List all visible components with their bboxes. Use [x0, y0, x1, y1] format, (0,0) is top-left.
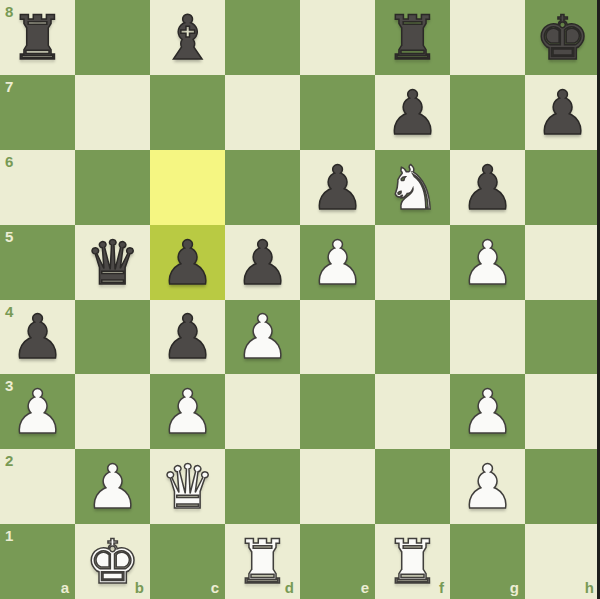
white-pawn-g3[interactable]: ♟ — [450, 374, 525, 449]
black-pawn-g6[interactable]: ♟ — [450, 150, 525, 225]
square-h1[interactable]: h — [525, 524, 600, 599]
square-g3[interactable]: ♟ — [450, 374, 525, 449]
square-c5[interactable]: ♟ — [150, 225, 225, 300]
square-f8[interactable]: ♜ — [375, 0, 450, 75]
square-b7[interactable] — [75, 75, 150, 150]
square-c8[interactable]: ♝ — [150, 0, 225, 75]
square-h2[interactable] — [525, 449, 600, 524]
black-king-h8[interactable]: ♚ — [525, 0, 600, 75]
black-bishop-c8[interactable]: ♝ — [150, 0, 225, 75]
square-c3[interactable]: ♟ — [150, 374, 225, 449]
square-b3[interactable] — [75, 374, 150, 449]
square-g5[interactable]: ♟ — [450, 225, 525, 300]
rank-label-6: 6 — [5, 154, 13, 169]
white-pawn-c3[interactable]: ♟ — [150, 374, 225, 449]
white-knight-f6[interactable]: ♞ — [375, 150, 450, 225]
square-c1[interactable]: c — [150, 524, 225, 599]
square-c2[interactable]: ♛ — [150, 449, 225, 524]
square-d7[interactable] — [225, 75, 300, 150]
file-label-h: h — [585, 580, 594, 595]
square-f1[interactable]: f♜ — [375, 524, 450, 599]
square-e2[interactable] — [300, 449, 375, 524]
black-pawn-h7[interactable]: ♟ — [525, 75, 600, 150]
square-g1[interactable]: g — [450, 524, 525, 599]
square-g7[interactable] — [450, 75, 525, 150]
chess-board: 8♜♝♜♚7♟♟6♟♞♟5♛♟♟♟♟4♟♟♟3♟♟♟2♟♛♟1ab♚cd♜ef♜… — [0, 0, 600, 599]
rank-label-7: 7 — [5, 79, 13, 94]
square-b5[interactable]: ♛ — [75, 225, 150, 300]
chess-board-wrap: 8♜♝♜♚7♟♟6♟♞♟5♛♟♟♟♟4♟♟♟3♟♟♟2♟♛♟1ab♚cd♜ef♜… — [0, 0, 600, 599]
square-d1[interactable]: d♜ — [225, 524, 300, 599]
square-d3[interactable] — [225, 374, 300, 449]
white-pawn-d4[interactable]: ♟ — [225, 300, 300, 375]
square-g6[interactable]: ♟ — [450, 150, 525, 225]
square-h5[interactable] — [525, 225, 600, 300]
square-a1[interactable]: 1a — [0, 524, 75, 599]
white-pawn-g2[interactable]: ♟ — [450, 449, 525, 524]
square-g4[interactable] — [450, 300, 525, 375]
square-b8[interactable] — [75, 0, 150, 75]
square-a7[interactable]: 7 — [0, 75, 75, 150]
black-pawn-f7[interactable]: ♟ — [375, 75, 450, 150]
square-e3[interactable] — [300, 374, 375, 449]
square-e4[interactable] — [300, 300, 375, 375]
white-rook-d1[interactable]: ♜ — [225, 524, 300, 599]
rank-label-2: 2 — [5, 453, 13, 468]
square-a4[interactable]: 4♟ — [0, 300, 75, 375]
square-f7[interactable]: ♟ — [375, 75, 450, 150]
square-b6[interactable] — [75, 150, 150, 225]
square-a8[interactable]: 8♜ — [0, 0, 75, 75]
square-d2[interactable] — [225, 449, 300, 524]
square-d8[interactable] — [225, 0, 300, 75]
white-pawn-g5[interactable]: ♟ — [450, 225, 525, 300]
square-a6[interactable]: 6 — [0, 150, 75, 225]
white-pawn-a3[interactable]: ♟ — [0, 374, 75, 449]
square-a5[interactable]: 5 — [0, 225, 75, 300]
file-label-a: a — [61, 580, 69, 595]
square-e7[interactable] — [300, 75, 375, 150]
square-e8[interactable] — [300, 0, 375, 75]
square-c4[interactable]: ♟ — [150, 300, 225, 375]
square-f5[interactable] — [375, 225, 450, 300]
square-h8[interactable]: ♚ — [525, 0, 600, 75]
white-rook-f1[interactable]: ♜ — [375, 524, 450, 599]
rank-label-5: 5 — [5, 229, 13, 244]
square-d5[interactable]: ♟ — [225, 225, 300, 300]
square-a2[interactable]: 2 — [0, 449, 75, 524]
square-f2[interactable] — [375, 449, 450, 524]
square-h6[interactable] — [525, 150, 600, 225]
black-queen-b5[interactable]: ♛ — [75, 225, 150, 300]
square-a3[interactable]: 3♟ — [0, 374, 75, 449]
square-d4[interactable]: ♟ — [225, 300, 300, 375]
file-label-e: e — [361, 580, 369, 595]
file-label-g: g — [510, 580, 519, 595]
black-pawn-c4[interactable]: ♟ — [150, 300, 225, 375]
square-g8[interactable] — [450, 0, 525, 75]
square-h7[interactable]: ♟ — [525, 75, 600, 150]
white-king-b1[interactable]: ♚ — [75, 524, 150, 599]
black-pawn-c5[interactable]: ♟ — [150, 225, 225, 300]
square-f3[interactable] — [375, 374, 450, 449]
square-h3[interactable] — [525, 374, 600, 449]
square-f4[interactable] — [375, 300, 450, 375]
square-g2[interactable]: ♟ — [450, 449, 525, 524]
square-c7[interactable] — [150, 75, 225, 150]
square-b1[interactable]: b♚ — [75, 524, 150, 599]
black-pawn-a4[interactable]: ♟ — [0, 300, 75, 375]
square-b2[interactable]: ♟ — [75, 449, 150, 524]
black-pawn-e6[interactable]: ♟ — [300, 150, 375, 225]
square-f6[interactable]: ♞ — [375, 150, 450, 225]
white-queen-c2[interactable]: ♛ — [150, 449, 225, 524]
square-d6[interactable] — [225, 150, 300, 225]
white-pawn-e5[interactable]: ♟ — [300, 225, 375, 300]
black-rook-f8[interactable]: ♜ — [375, 0, 450, 75]
rank-label-1: 1 — [5, 528, 13, 543]
square-c6[interactable] — [150, 150, 225, 225]
white-pawn-b2[interactable]: ♟ — [75, 449, 150, 524]
square-e5[interactable]: ♟ — [300, 225, 375, 300]
square-h4[interactable] — [525, 300, 600, 375]
black-rook-a8[interactable]: ♜ — [0, 0, 75, 75]
file-label-c: c — [211, 580, 219, 595]
square-e1[interactable]: e — [300, 524, 375, 599]
black-pawn-d5[interactable]: ♟ — [225, 225, 300, 300]
square-b4[interactable] — [75, 300, 150, 375]
square-e6[interactable]: ♟ — [300, 150, 375, 225]
